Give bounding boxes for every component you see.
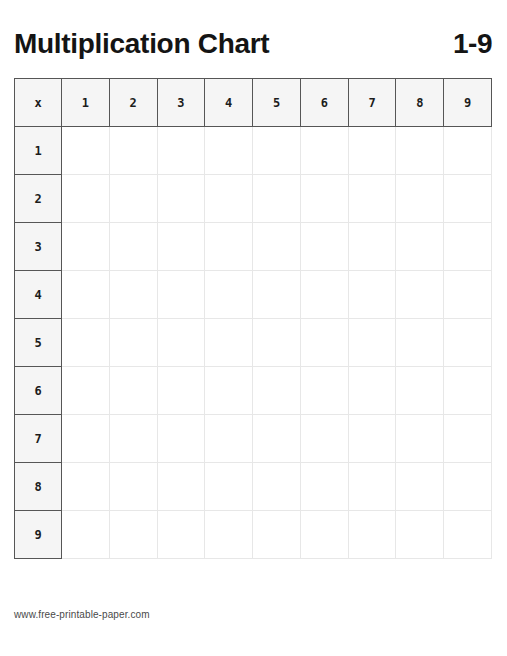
- col-header-8: 8: [396, 78, 444, 127]
- product-cell-r5-c2: [110, 319, 158, 367]
- product-cell-r3-c2: [110, 223, 158, 271]
- product-cell-r2-c7: [349, 175, 397, 223]
- product-cell-r5-c1: [62, 319, 110, 367]
- product-cell-r1-c4: [205, 127, 253, 175]
- product-cell-r5-c6: [301, 319, 349, 367]
- col-header-4: 4: [205, 78, 253, 127]
- product-cell-r2-c3: [158, 175, 206, 223]
- product-cell-r9-c8: [396, 511, 444, 559]
- product-cell-r8-c8: [396, 463, 444, 511]
- col-header-1: 1: [62, 78, 110, 127]
- product-cell-r4-c2: [110, 271, 158, 319]
- row-header-8: 8: [14, 463, 62, 511]
- product-cell-r4-c7: [349, 271, 397, 319]
- product-cell-r8-c1: [62, 463, 110, 511]
- product-cell-r3-c1: [62, 223, 110, 271]
- row-header-2: 2: [14, 175, 62, 223]
- multiplication-grid: x123456789123456789: [14, 78, 492, 559]
- product-cell-r4-c8: [396, 271, 444, 319]
- range-label: 1-9: [453, 28, 492, 60]
- col-header-5: 5: [253, 78, 301, 127]
- product-cell-r8-c2: [110, 463, 158, 511]
- product-cell-r8-c9: [444, 463, 492, 511]
- product-cell-r8-c3: [158, 463, 206, 511]
- product-cell-r8-c7: [349, 463, 397, 511]
- col-header-7: 7: [349, 78, 397, 127]
- product-cell-r6-c7: [349, 367, 397, 415]
- product-cell-r1-c2: [110, 127, 158, 175]
- product-cell-r5-c7: [349, 319, 397, 367]
- product-cell-r9-c1: [62, 511, 110, 559]
- product-cell-r2-c4: [205, 175, 253, 223]
- product-cell-r7-c9: [444, 415, 492, 463]
- product-cell-r3-c7: [349, 223, 397, 271]
- product-cell-r3-c8: [396, 223, 444, 271]
- footer-url: www.free-printable-paper.com: [14, 609, 150, 620]
- product-cell-r2-c1: [62, 175, 110, 223]
- row-header-3: 3: [14, 223, 62, 271]
- product-cell-r5-c9: [444, 319, 492, 367]
- product-cell-r3-c5: [253, 223, 301, 271]
- product-cell-r6-c9: [444, 367, 492, 415]
- row-header-7: 7: [14, 415, 62, 463]
- product-cell-r5-c5: [253, 319, 301, 367]
- product-cell-r5-c3: [158, 319, 206, 367]
- product-cell-r3-c6: [301, 223, 349, 271]
- product-cell-r9-c5: [253, 511, 301, 559]
- product-cell-r4-c6: [301, 271, 349, 319]
- product-cell-r7-c4: [205, 415, 253, 463]
- product-cell-r3-c4: [205, 223, 253, 271]
- header-bar: Multiplication Chart 1-9: [14, 28, 492, 60]
- product-cell-r9-c6: [301, 511, 349, 559]
- product-cell-r9-c4: [205, 511, 253, 559]
- product-cell-r1-c8: [396, 127, 444, 175]
- product-cell-r7-c8: [396, 415, 444, 463]
- product-cell-r1-c7: [349, 127, 397, 175]
- product-cell-r7-c2: [110, 415, 158, 463]
- product-cell-r4-c9: [444, 271, 492, 319]
- product-cell-r6-c1: [62, 367, 110, 415]
- product-cell-r7-c3: [158, 415, 206, 463]
- product-cell-r2-c6: [301, 175, 349, 223]
- product-cell-r9-c9: [444, 511, 492, 559]
- product-cell-r2-c9: [444, 175, 492, 223]
- product-cell-r1-c5: [253, 127, 301, 175]
- product-cell-r6-c3: [158, 367, 206, 415]
- row-header-1: 1: [14, 127, 62, 175]
- product-cell-r5-c4: [205, 319, 253, 367]
- product-cell-r7-c1: [62, 415, 110, 463]
- col-header-2: 2: [110, 78, 158, 127]
- product-cell-r1-c6: [301, 127, 349, 175]
- product-cell-r6-c6: [301, 367, 349, 415]
- product-cell-r6-c8: [396, 367, 444, 415]
- product-cell-r7-c6: [301, 415, 349, 463]
- product-cell-r4-c1: [62, 271, 110, 319]
- product-cell-r1-c9: [444, 127, 492, 175]
- product-cell-r1-c3: [158, 127, 206, 175]
- product-cell-r1-c1: [62, 127, 110, 175]
- product-cell-r4-c3: [158, 271, 206, 319]
- product-cell-r5-c8: [396, 319, 444, 367]
- product-cell-r6-c4: [205, 367, 253, 415]
- col-header-6: 6: [301, 78, 349, 127]
- product-cell-r3-c3: [158, 223, 206, 271]
- product-cell-r9-c2: [110, 511, 158, 559]
- product-cell-r9-c3: [158, 511, 206, 559]
- product-cell-r2-c2: [110, 175, 158, 223]
- worksheet-page: Multiplication Chart 1-9 x12345678912345…: [0, 0, 507, 656]
- row-header-4: 4: [14, 271, 62, 319]
- product-cell-r2-c5: [253, 175, 301, 223]
- row-header-9: 9: [14, 511, 62, 559]
- product-cell-r4-c5: [253, 271, 301, 319]
- row-header-5: 5: [14, 319, 62, 367]
- product-cell-r8-c4: [205, 463, 253, 511]
- row-header-6: 6: [14, 367, 62, 415]
- product-cell-r4-c4: [205, 271, 253, 319]
- product-cell-r3-c9: [444, 223, 492, 271]
- corner-cell-x: x: [14, 78, 62, 127]
- product-cell-r7-c7: [349, 415, 397, 463]
- product-cell-r6-c5: [253, 367, 301, 415]
- product-cell-r2-c8: [396, 175, 444, 223]
- col-header-3: 3: [158, 78, 206, 127]
- product-cell-r8-c5: [253, 463, 301, 511]
- col-header-9: 9: [444, 78, 492, 127]
- product-cell-r8-c6: [301, 463, 349, 511]
- product-cell-r9-c7: [349, 511, 397, 559]
- page-title: Multiplication Chart: [14, 28, 269, 60]
- product-cell-r6-c2: [110, 367, 158, 415]
- product-cell-r7-c5: [253, 415, 301, 463]
